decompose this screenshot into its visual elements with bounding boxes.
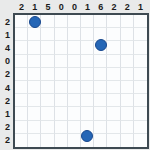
grid-cell[interactable] [55, 68, 68, 81]
column-clue: 5 [41, 0, 54, 13]
column-clue: 0 [68, 0, 81, 13]
grid-cell[interactable] [15, 121, 28, 134]
grid-cell[interactable] [81, 15, 94, 28]
grid-cell[interactable] [55, 94, 68, 107]
grid-cell[interactable] [94, 134, 107, 147]
grid-cell[interactable] [28, 107, 41, 120]
row-clue: 2 [0, 121, 13, 134]
grid-cell[interactable] [68, 68, 81, 81]
grid-cell[interactable] [107, 134, 120, 147]
grid-cell[interactable] [55, 41, 68, 54]
grid-cell[interactable] [81, 68, 94, 81]
row-clue: 4 [0, 41, 13, 54]
grid-cell[interactable] [41, 68, 54, 81]
grid-cell[interactable] [134, 121, 147, 134]
grid-cell[interactable] [15, 41, 28, 54]
grid-cell[interactable] [15, 55, 28, 68]
grid-cell[interactable] [55, 81, 68, 94]
row-clue: 4 [0, 81, 13, 94]
grid-cell[interactable] [68, 81, 81, 94]
grid-cell[interactable] [28, 68, 41, 81]
row-clue: 1 [0, 107, 13, 120]
grid-cell[interactable] [68, 121, 81, 134]
grid-cell[interactable] [15, 81, 28, 94]
grid-cell[interactable] [55, 55, 68, 68]
grid-cell[interactable] [121, 55, 134, 68]
grid-cell[interactable] [28, 55, 41, 68]
dot-ball[interactable] [95, 39, 107, 51]
grid-cell[interactable] [41, 81, 54, 94]
grid-cell[interactable] [121, 81, 134, 94]
grid-cell[interactable] [107, 94, 120, 107]
grid-cell[interactable] [107, 121, 120, 134]
grid-cell[interactable] [41, 55, 54, 68]
grid-cell[interactable] [81, 94, 94, 107]
grid-cell[interactable] [81, 55, 94, 68]
grid-cell[interactable] [55, 28, 68, 41]
grid-cell[interactable] [94, 81, 107, 94]
grid-cell[interactable] [107, 55, 120, 68]
row-clue: 2 [0, 134, 13, 147]
grid-cell[interactable] [81, 81, 94, 94]
grid-cell[interactable] [68, 94, 81, 107]
grid-cell[interactable] [107, 41, 120, 54]
grid-cell[interactable] [121, 94, 134, 107]
row-clue: 2 [0, 15, 13, 28]
grid-cell[interactable] [94, 121, 107, 134]
grid-cell[interactable] [15, 15, 28, 28]
grid-cell[interactable] [121, 107, 134, 120]
grid-cell[interactable] [94, 107, 107, 120]
grid-cell[interactable] [94, 55, 107, 68]
grid-cell[interactable] [134, 81, 147, 94]
grid-cell[interactable] [15, 107, 28, 120]
grid-cell[interactable] [41, 41, 54, 54]
column-clue: 2 [15, 0, 28, 13]
grid-cell[interactable] [55, 134, 68, 147]
grid-cell[interactable] [121, 134, 134, 147]
dot-ball[interactable] [29, 16, 41, 28]
grid-cell[interactable] [68, 28, 81, 41]
grid-cell[interactable] [41, 15, 54, 28]
grid-cell[interactable] [68, 55, 81, 68]
grid-cell[interactable] [81, 28, 94, 41]
grid-cell[interactable] [121, 15, 134, 28]
grid-cell[interactable] [68, 134, 81, 147]
grid-cell[interactable] [41, 121, 54, 134]
grid-cell[interactable] [134, 55, 147, 68]
grid-cell[interactable] [68, 41, 81, 54]
grid-cell[interactable] [28, 28, 41, 41]
grid-cell[interactable] [81, 107, 94, 120]
grid-cell[interactable] [134, 41, 147, 54]
grid-cell[interactable] [81, 41, 94, 54]
grid-cell[interactable] [134, 94, 147, 107]
grid-cell[interactable] [28, 121, 41, 134]
grid-cell[interactable] [15, 134, 28, 147]
grid-cell[interactable] [41, 28, 54, 41]
grid-cell[interactable] [41, 94, 54, 107]
dot-ball[interactable] [81, 130, 93, 142]
grid-cell[interactable] [15, 68, 28, 81]
grid-cell[interactable] [68, 107, 81, 120]
grid-cell[interactable] [94, 15, 107, 28]
grid-cell[interactable] [134, 15, 147, 28]
grid-cell[interactable] [28, 94, 41, 107]
grid-cell[interactable] [121, 68, 134, 81]
grid-cell[interactable] [107, 15, 120, 28]
row-clue: 0 [0, 55, 13, 68]
grid-cell[interactable] [55, 15, 68, 28]
grid-cell[interactable] [107, 68, 120, 81]
grid-cell[interactable] [15, 28, 28, 41]
grid-cell[interactable] [134, 134, 147, 147]
row-clue: 2 [0, 94, 13, 107]
grid-cell[interactable] [55, 107, 68, 120]
grid-cell[interactable] [121, 28, 134, 41]
grid-cell[interactable] [121, 41, 134, 54]
grid-cell[interactable] [107, 28, 120, 41]
grid-cell[interactable] [94, 94, 107, 107]
grid-cell[interactable] [134, 107, 147, 120]
grid-cell[interactable] [107, 81, 120, 94]
grid-cell[interactable] [28, 41, 41, 54]
grid-cell[interactable] [107, 107, 120, 120]
grid-cell[interactable] [41, 134, 54, 147]
column-clue: 1 [28, 0, 41, 13]
puzzle-board[interactable] [13, 13, 149, 149]
grid-cell[interactable] [134, 68, 147, 81]
grid-cell[interactable] [121, 121, 134, 134]
row-clue: 1 [0, 28, 13, 41]
grid-cell[interactable] [28, 81, 41, 94]
grid-cell[interactable] [41, 107, 54, 120]
grid-cell[interactable] [15, 94, 28, 107]
grid-cell[interactable] [134, 28, 147, 41]
column-clues: 2150016221 [15, 0, 147, 13]
column-clue: 6 [94, 0, 107, 13]
row-clue: 2 [0, 68, 13, 81]
row-clues: 2140242122 [0, 15, 13, 147]
column-clue: 2 [107, 0, 120, 13]
column-clue: 1 [134, 0, 147, 13]
grid-cell[interactable] [28, 134, 41, 147]
grid-cell[interactable] [94, 68, 107, 81]
grid-cell[interactable] [55, 121, 68, 134]
grid-cell[interactable] [68, 15, 81, 28]
column-clue: 1 [81, 0, 94, 13]
column-clue: 0 [55, 0, 68, 13]
column-clue: 2 [121, 0, 134, 13]
